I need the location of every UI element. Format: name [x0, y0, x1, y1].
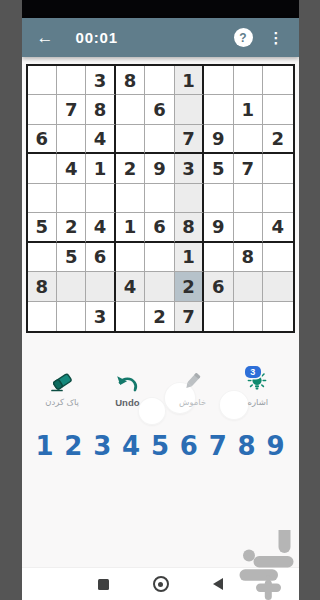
- numpad-8[interactable]: 8: [234, 432, 260, 461]
- cell-r5c2[interactable]: [57, 184, 86, 213]
- numpad-6[interactable]: 6: [176, 432, 202, 461]
- cell-r1c6[interactable]: 1: [175, 66, 204, 95]
- cell-r5c4[interactable]: [116, 184, 145, 213]
- cell-r2c2[interactable]: 7: [57, 95, 86, 124]
- cell-r8c2[interactable]: [57, 272, 86, 301]
- cell-r8c1[interactable]: 8: [28, 272, 57, 301]
- numpad-9[interactable]: 9: [263, 432, 289, 461]
- game-timer: 00:01: [76, 29, 118, 46]
- numpad-3[interactable]: 3: [89, 432, 115, 461]
- cell-r6c3[interactable]: 4: [86, 213, 115, 242]
- cell-r2c9[interactable]: [263, 95, 292, 124]
- hint-label: اشاره: [248, 397, 269, 407]
- hint-button[interactable]: 3 اشاره: [227, 370, 289, 418]
- cell-r1c7[interactable]: [204, 66, 233, 95]
- cell-r4c6[interactable]: 3: [175, 154, 204, 183]
- eraser-icon: [49, 370, 75, 393]
- cell-r1c3[interactable]: 3: [86, 66, 115, 95]
- cell-r7c2[interactable]: 5: [57, 243, 86, 272]
- cell-r6c5[interactable]: 6: [145, 213, 174, 242]
- cell-r6c6[interactable]: 8: [175, 213, 204, 242]
- cell-r7c7[interactable]: [204, 243, 233, 272]
- cell-r8c9[interactable]: [263, 272, 292, 301]
- cell-r3c6[interactable]: 7: [175, 125, 204, 154]
- cell-r9c9[interactable]: [263, 302, 292, 331]
- numpad-7[interactable]: 7: [205, 432, 231, 461]
- cell-r1c1[interactable]: [28, 66, 57, 95]
- cell-r6c2[interactable]: 2: [57, 213, 86, 242]
- cell-r5c6[interactable]: [175, 184, 204, 213]
- cell-r9c8[interactable]: [234, 302, 263, 331]
- erase-label: پاک کردن: [45, 397, 79, 407]
- cell-r1c2[interactable]: [57, 66, 86, 95]
- numpad-2[interactable]: 2: [60, 432, 86, 461]
- cell-r6c8[interactable]: [234, 213, 263, 242]
- cell-r7c4[interactable]: [116, 243, 145, 272]
- store-watermark-logo: [237, 530, 299, 600]
- sudoku-board: 38178616479241293575241689456188426327: [26, 64, 295, 333]
- cell-r4c4[interactable]: 2: [116, 154, 145, 183]
- cell-r1c5[interactable]: [145, 66, 174, 95]
- cell-r2c5[interactable]: 6: [145, 95, 174, 124]
- cell-r1c4[interactable]: 8: [116, 66, 145, 95]
- overflow-menu-icon[interactable]: ⋮: [269, 29, 284, 47]
- toolbar: پاک کردن Undo: [22, 370, 299, 418]
- back-triangle-icon[interactable]: [213, 578, 223, 590]
- cell-r9c1[interactable]: [28, 302, 57, 331]
- pencil-icon: [181, 370, 204, 393]
- cell-r5c1[interactable]: [28, 184, 57, 213]
- cell-r6c9[interactable]: 4: [263, 213, 292, 242]
- ripple-circle: [219, 390, 249, 420]
- cell-r9c4[interactable]: [116, 302, 145, 331]
- cell-r4c7[interactable]: 5: [204, 154, 233, 183]
- cell-r9c7[interactable]: [204, 302, 233, 331]
- cell-r7c5[interactable]: [145, 243, 174, 272]
- cell-r4c8[interactable]: 7: [234, 154, 263, 183]
- cell-r5c9[interactable]: [263, 184, 292, 213]
- hint-count-badge: 3: [245, 366, 261, 378]
- undo-icon: [115, 370, 139, 393]
- home-circle-icon[interactable]: [153, 576, 169, 592]
- cell-r4c1[interactable]: [28, 154, 57, 183]
- cell-r9c2[interactable]: [57, 302, 86, 331]
- cell-r5c7[interactable]: [204, 184, 233, 213]
- cell-r8c5[interactable]: [145, 272, 174, 301]
- cell-r3c3[interactable]: 4: [86, 125, 115, 154]
- cell-r1c9[interactable]: [263, 66, 292, 95]
- cell-r6c7[interactable]: 9: [204, 213, 233, 242]
- numpad-1[interactable]: 1: [32, 432, 58, 461]
- cell-r2c1[interactable]: [28, 95, 57, 124]
- cell-r4c9[interactable]: [263, 154, 292, 183]
- back-icon[interactable]: ←: [37, 29, 54, 46]
- cell-r7c6[interactable]: 1: [175, 243, 204, 272]
- recents-square-icon[interactable]: [98, 579, 109, 590]
- cell-r4c3[interactable]: 1: [86, 154, 115, 183]
- cell-r4c5[interactable]: 9: [145, 154, 174, 183]
- cell-r2c8[interactable]: 1: [234, 95, 263, 124]
- cell-r2c3[interactable]: 8: [86, 95, 115, 124]
- cell-r3c5[interactable]: [145, 125, 174, 154]
- app-bar: ← 00:01 ? ⋮: [22, 18, 299, 57]
- cell-r1c8[interactable]: [234, 66, 263, 95]
- notes-label: خاموش: [179, 397, 206, 407]
- cell-r9c5[interactable]: 2: [145, 302, 174, 331]
- cell-r6c1[interactable]: 5: [28, 213, 57, 242]
- numpad-5[interactable]: 5: [147, 432, 173, 461]
- erase-button[interactable]: پاک کردن: [31, 370, 93, 418]
- notes-toggle-button[interactable]: خاموش: [162, 370, 224, 418]
- cell-r7c3[interactable]: 6: [86, 243, 115, 272]
- cell-r7c9[interactable]: [263, 243, 292, 272]
- cell-r3c1[interactable]: 6: [28, 125, 57, 154]
- cell-r8c3[interactable]: [86, 272, 115, 301]
- cell-r9c6[interactable]: 7: [175, 302, 204, 331]
- number-pad: 123456789: [22, 418, 299, 461]
- help-icon[interactable]: ?: [234, 28, 253, 47]
- cell-r8c4[interactable]: 4: [116, 272, 145, 301]
- cell-r3c9[interactable]: 2: [263, 125, 292, 154]
- sudoku-app-screen: ← 00:01 ? ⋮ 3817861647924129357524168945…: [22, 0, 299, 600]
- undo-label: Undo: [115, 397, 139, 408]
- cell-r7c1[interactable]: [28, 243, 57, 272]
- cell-r3c7[interactable]: 9: [204, 125, 233, 154]
- cell-r5c3[interactable]: [86, 184, 115, 213]
- cell-r8c7[interactable]: 6: [204, 272, 233, 301]
- cell-r8c6[interactable]: 2: [175, 272, 204, 301]
- cell-r3c8[interactable]: [234, 125, 263, 154]
- cell-r5c8[interactable]: [234, 184, 263, 213]
- undo-button[interactable]: Undo: [96, 370, 158, 418]
- cell-r7c8[interactable]: 8: [234, 243, 263, 272]
- cell-r3c4[interactable]: [116, 125, 145, 154]
- cell-r6c4[interactable]: 1: [116, 213, 145, 242]
- cell-r8c8[interactable]: [234, 272, 263, 301]
- cell-r4c2[interactable]: 4: [57, 154, 86, 183]
- cell-r2c4[interactable]: [116, 95, 145, 124]
- cell-r2c7[interactable]: [204, 95, 233, 124]
- status-bar: [22, 0, 299, 18]
- numpad-4[interactable]: 4: [118, 432, 144, 461]
- hint-bulb-icon: 3: [246, 370, 270, 393]
- cell-r2c6[interactable]: [175, 95, 204, 124]
- cell-r3c2[interactable]: [57, 125, 86, 154]
- cell-r5c5[interactable]: [145, 184, 174, 213]
- cell-r9c3[interactable]: 3: [86, 302, 115, 331]
